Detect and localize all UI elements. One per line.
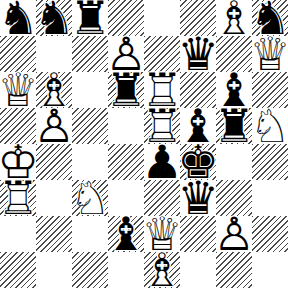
square-b8[interactable]: ♞♞	[36, 0, 72, 36]
piece-white-bishop-icon: ♗	[144, 252, 180, 288]
piece-black-pawn-icon: ♟	[144, 144, 180, 180]
piece-underlay: ♝	[108, 216, 144, 252]
square-h6[interactable]	[252, 72, 288, 108]
piece-black-queen-icon: ♛	[180, 36, 216, 72]
piece-white-pawn-icon: ♙	[108, 36, 144, 72]
square-c8[interactable]: ♜♜	[72, 0, 108, 36]
piece-black-knight-icon: ♞	[0, 0, 36, 36]
piece-underlay: ♟	[144, 144, 180, 180]
piece-underlay: ♞	[252, 0, 288, 36]
square-c5[interactable]	[72, 108, 108, 144]
square-d7[interactable]: ♟♙	[108, 36, 144, 72]
piece-white-queen-icon: ♕	[0, 72, 36, 108]
piece-black-bishop-icon: ♝	[216, 72, 252, 108]
square-g6[interactable]: ♝♝	[216, 72, 252, 108]
square-a3[interactable]: ♜♖	[0, 180, 36, 216]
square-f5[interactable]: ♝♝	[180, 108, 216, 144]
piece-black-bishop-icon: ♝	[108, 216, 144, 252]
piece-underlay: ♝	[216, 72, 252, 108]
square-g8[interactable]: ♝♗	[216, 0, 252, 36]
piece-white-pawn-icon: ♙	[36, 108, 72, 144]
square-c1[interactable]	[72, 252, 108, 288]
piece-underlay: ♛	[144, 216, 180, 252]
square-e6[interactable]: ♜♖	[144, 72, 180, 108]
square-a2[interactable]	[0, 216, 36, 252]
square-h7[interactable]: ♛♕	[252, 36, 288, 72]
piece-white-bishop-icon: ♗	[36, 72, 72, 108]
square-a7[interactable]	[0, 36, 36, 72]
piece-white-rook-icon: ♖	[0, 180, 36, 216]
square-g5[interactable]: ♜♜	[216, 108, 252, 144]
square-g4[interactable]	[216, 144, 252, 180]
square-h2[interactable]	[252, 216, 288, 252]
square-b6[interactable]: ♝♗	[36, 72, 72, 108]
square-f8[interactable]	[180, 0, 216, 36]
chess-board: ♞♞♞♞♜♜♝♗♞♞♟♙♛♛♛♕♛♕♝♗♜♜♜♖♝♝♟♙♜♖♝♝♜♜♞♘♚♔♟♟…	[0, 0, 288, 288]
square-b2[interactable]	[36, 216, 72, 252]
square-f4[interactable]: ♚♚	[180, 144, 216, 180]
piece-underlay: ♝	[144, 252, 180, 288]
piece-underlay: ♜	[144, 108, 180, 144]
square-e3[interactable]	[144, 180, 180, 216]
square-e5[interactable]: ♜♖	[144, 108, 180, 144]
square-d2[interactable]: ♝♝	[108, 216, 144, 252]
piece-underlay: ♜	[108, 72, 144, 108]
square-d6[interactable]: ♜♜	[108, 72, 144, 108]
piece-white-knight-icon: ♘	[252, 108, 288, 144]
square-e4[interactable]: ♟♟	[144, 144, 180, 180]
piece-underlay: ♝	[216, 0, 252, 36]
square-d8[interactable]	[108, 0, 144, 36]
piece-white-king-icon: ♔	[0, 144, 36, 180]
square-c6[interactable]	[72, 72, 108, 108]
piece-underlay: ♟	[108, 36, 144, 72]
piece-underlay: ♛	[252, 36, 288, 72]
piece-black-rook-icon: ♜	[72, 0, 108, 36]
square-b1[interactable]	[36, 252, 72, 288]
piece-underlay: ♚	[0, 144, 36, 180]
square-c3[interactable]: ♞♘	[72, 180, 108, 216]
square-d4[interactable]	[108, 144, 144, 180]
piece-underlay: ♝	[180, 108, 216, 144]
square-f3[interactable]: ♛♛	[180, 180, 216, 216]
piece-white-rook-icon: ♖	[144, 72, 180, 108]
piece-underlay: ♛	[180, 180, 216, 216]
square-g2[interactable]: ♟♙	[216, 216, 252, 252]
piece-underlay: ♛	[0, 72, 36, 108]
square-f6[interactable]	[180, 72, 216, 108]
square-h5[interactable]: ♞♘	[252, 108, 288, 144]
square-c4[interactable]	[72, 144, 108, 180]
piece-underlay: ♜	[0, 180, 36, 216]
piece-underlay: ♜	[144, 72, 180, 108]
square-g3[interactable]	[216, 180, 252, 216]
piece-white-pawn-icon: ♙	[216, 216, 252, 252]
piece-underlay: ♝	[36, 72, 72, 108]
piece-underlay: ♞	[0, 0, 36, 36]
square-b5[interactable]: ♟♙	[36, 108, 72, 144]
square-g7[interactable]	[216, 36, 252, 72]
square-g1[interactable]	[216, 252, 252, 288]
piece-black-rook-icon: ♜	[108, 72, 144, 108]
square-d3[interactable]	[108, 180, 144, 216]
square-a5[interactable]	[0, 108, 36, 144]
piece-black-rook-icon: ♜	[216, 108, 252, 144]
square-a8[interactable]: ♞♞	[0, 0, 36, 36]
piece-black-knight-icon: ♞	[36, 0, 72, 36]
piece-black-queen-icon: ♛	[180, 180, 216, 216]
piece-underlay: ♚	[180, 144, 216, 180]
square-e8[interactable]	[144, 0, 180, 36]
square-a4[interactable]: ♚♔	[0, 144, 36, 180]
square-a6[interactable]: ♛♕	[0, 72, 36, 108]
piece-black-king-icon: ♚	[180, 144, 216, 180]
piece-underlay: ♜	[72, 0, 108, 36]
square-f7[interactable]: ♛♛	[180, 36, 216, 72]
square-f2[interactable]	[180, 216, 216, 252]
square-b4[interactable]	[36, 144, 72, 180]
square-d1[interactable]	[108, 252, 144, 288]
piece-underlay: ♜	[216, 108, 252, 144]
piece-underlay: ♛	[180, 36, 216, 72]
square-b7[interactable]	[36, 36, 72, 72]
square-h8[interactable]: ♞♞	[252, 0, 288, 36]
piece-white-rook-icon: ♖	[144, 108, 180, 144]
piece-white-queen-icon: ♕	[144, 216, 180, 252]
piece-white-queen-icon: ♕	[252, 36, 288, 72]
piece-underlay: ♞	[36, 0, 72, 36]
piece-black-knight-icon: ♞	[252, 0, 288, 36]
square-c7[interactable]	[72, 36, 108, 72]
piece-white-bishop-icon: ♗	[216, 0, 252, 36]
square-c2[interactable]	[72, 216, 108, 252]
piece-underlay: ♞	[252, 108, 288, 144]
square-f1[interactable]	[180, 252, 216, 288]
square-e7[interactable]	[144, 36, 180, 72]
piece-underlay: ♟	[216, 216, 252, 252]
piece-white-knight-icon: ♘	[72, 180, 108, 216]
piece-black-bishop-icon: ♝	[180, 108, 216, 144]
square-e1[interactable]: ♝♗	[144, 252, 180, 288]
square-d5[interactable]	[108, 108, 144, 144]
piece-underlay: ♞	[72, 180, 108, 216]
square-a1[interactable]	[0, 252, 36, 288]
square-e2[interactable]: ♛♕	[144, 216, 180, 252]
square-h3[interactable]	[252, 180, 288, 216]
square-b3[interactable]	[36, 180, 72, 216]
piece-underlay: ♟	[36, 108, 72, 144]
square-h4[interactable]	[252, 144, 288, 180]
square-h1[interactable]	[252, 252, 288, 288]
